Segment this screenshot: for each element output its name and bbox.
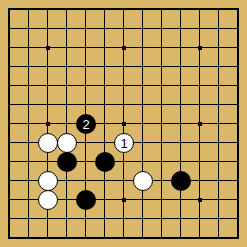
white-stone [133,171,153,191]
move-number-label: 1 [120,137,127,150]
black-stone [57,152,77,172]
star-point [46,122,50,126]
star-point [46,46,50,50]
star-point [122,46,126,50]
black-stone [95,152,115,172]
black-stone [76,190,96,210]
white-stone [38,171,58,191]
white-stone [38,133,58,153]
white-stone [38,190,58,210]
go-diagram: 21 [0,0,247,247]
star-point [122,198,126,202]
black-stone [171,171,191,191]
star-point [122,122,126,126]
black-stone-move-2: 2 [76,114,96,134]
move-number-label: 2 [82,118,89,131]
star-point [198,122,202,126]
star-point [198,46,202,50]
star-point [198,198,202,202]
white-stone-move-1: 1 [114,133,134,153]
white-stone [57,133,77,153]
go-board[interactable]: 21 [0,0,247,247]
